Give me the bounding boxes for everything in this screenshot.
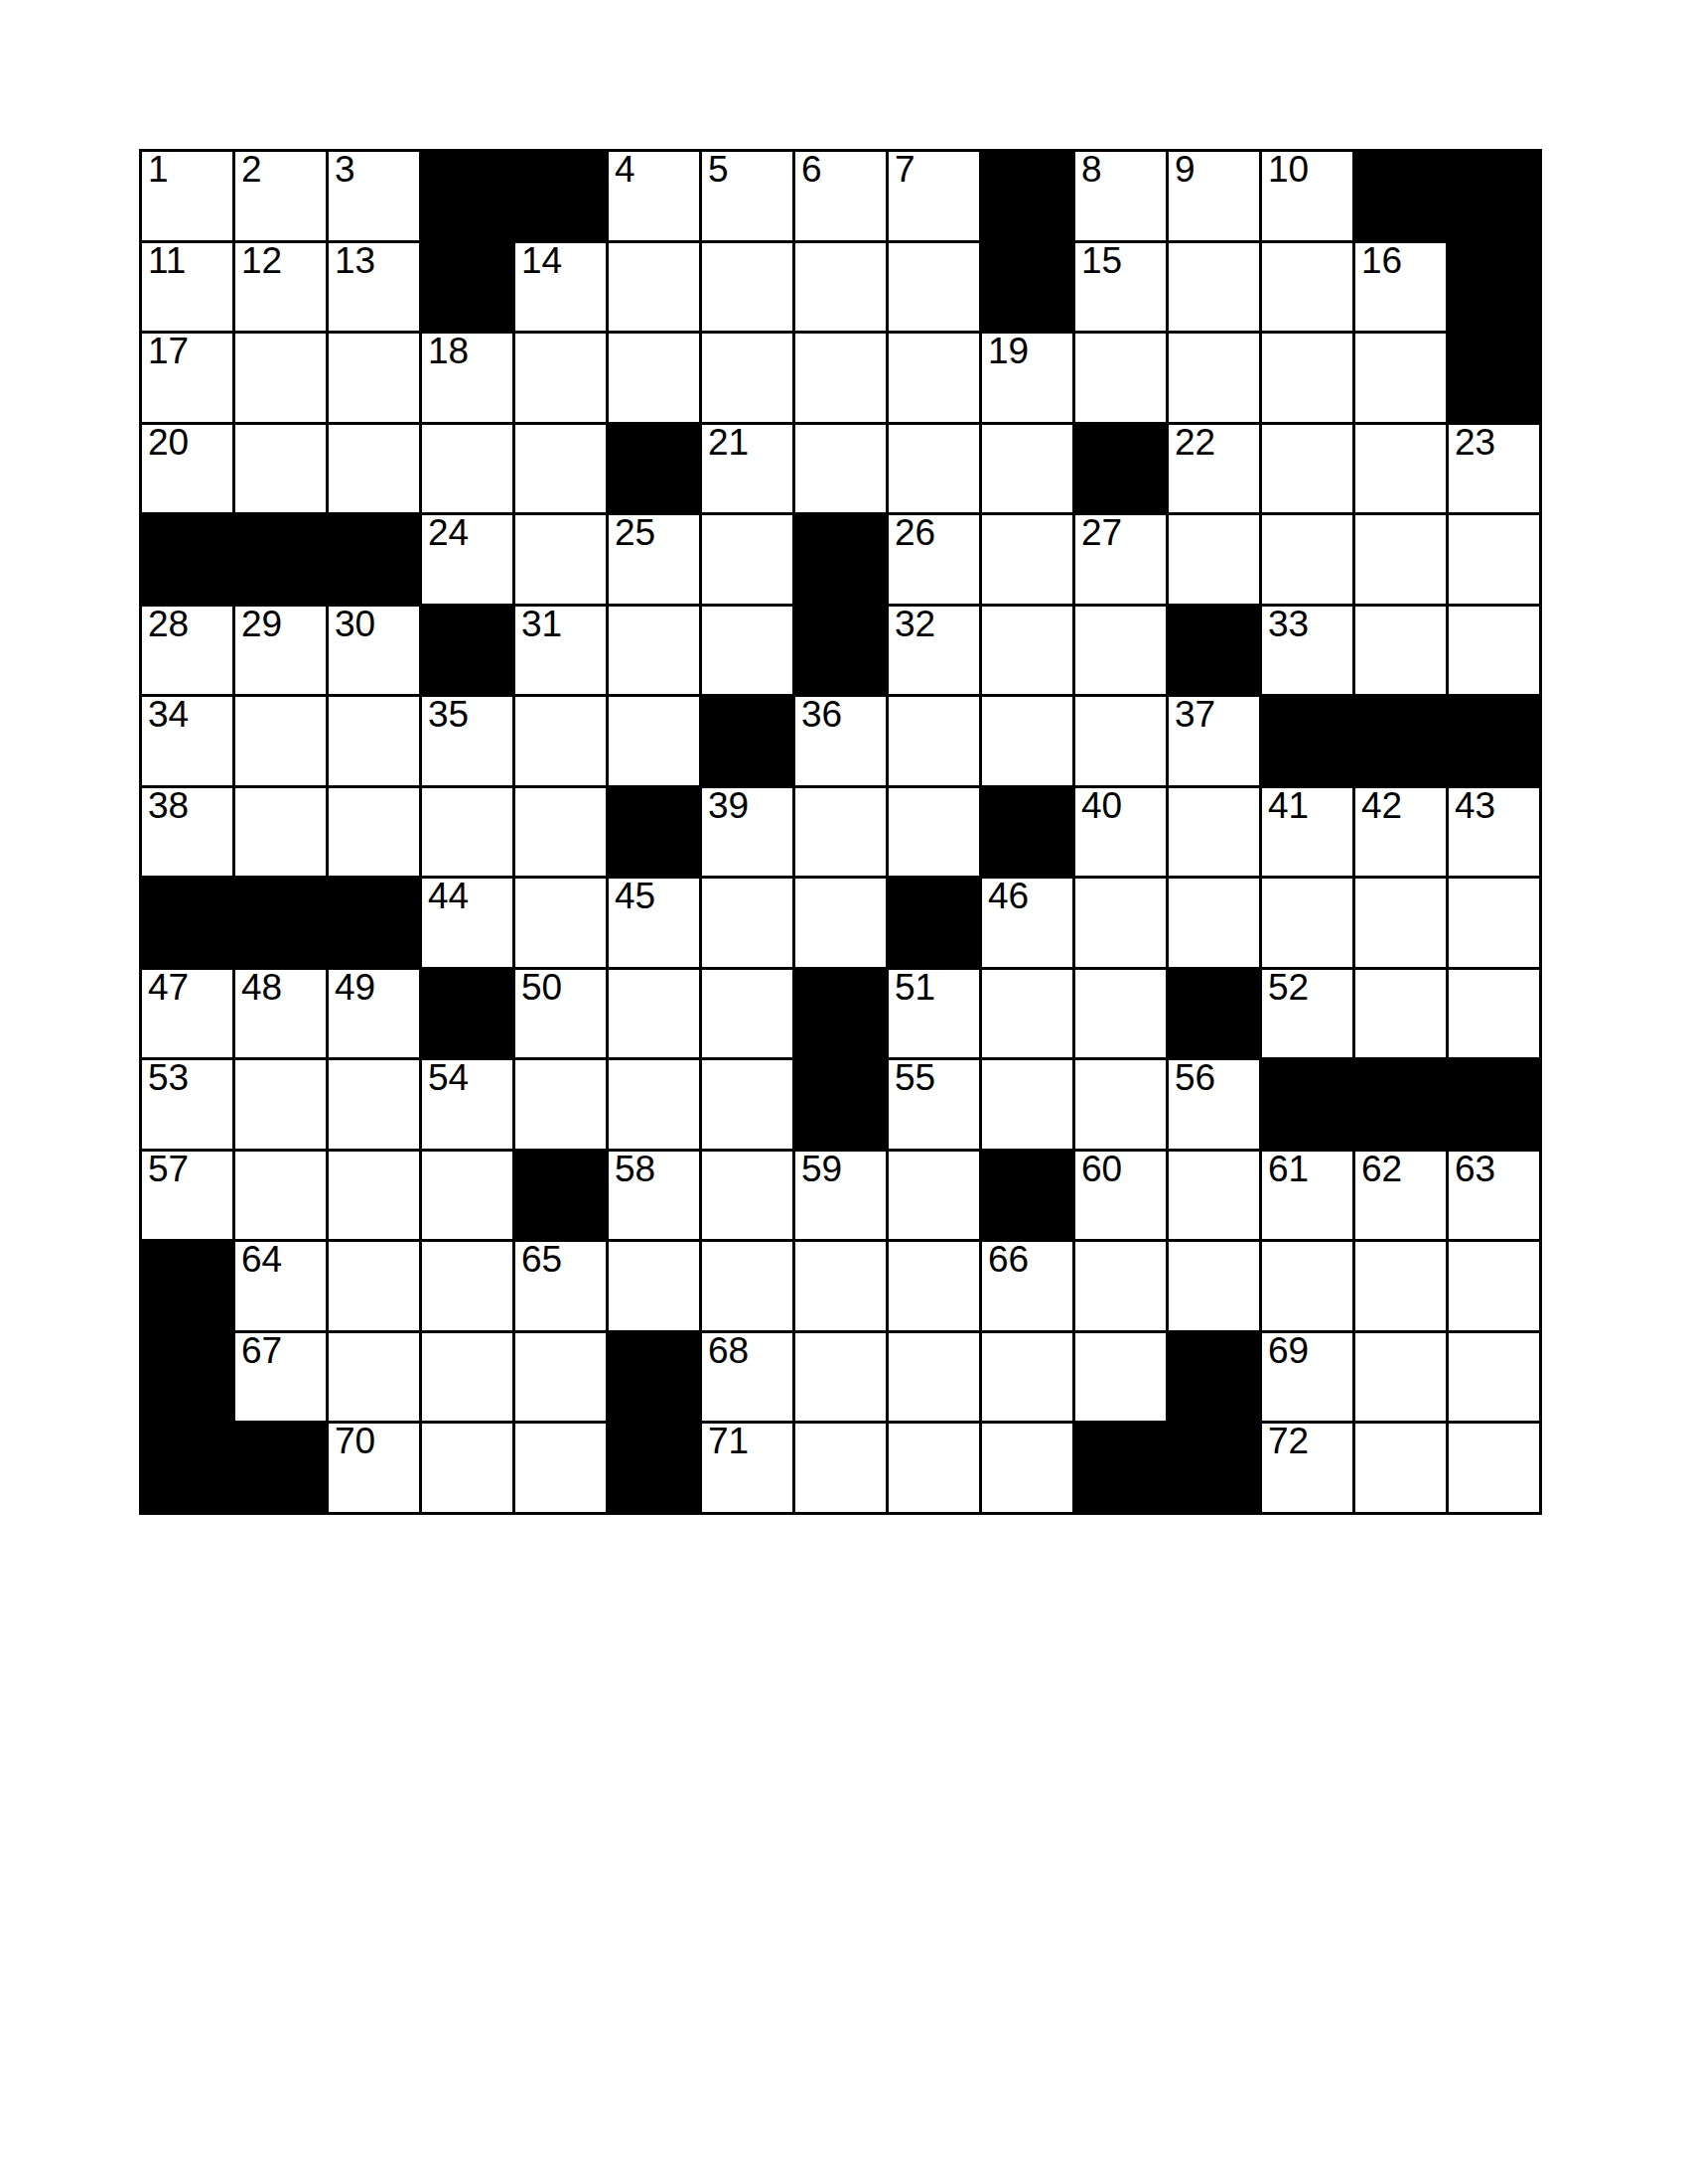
white-cell[interactable] [1449,970,1539,1058]
white-cell[interactable]: 53 [142,1060,232,1149]
black-cell [1169,607,1259,695]
clue-number: 53 [148,1060,189,1098]
clue-number: 62 [1361,1152,1402,1189]
white-cell[interactable] [1449,515,1539,604]
white-cell[interactable]: 36 [795,697,886,785]
clue-number: 27 [1081,515,1122,553]
white-cell[interactable]: 57 [142,1152,232,1240]
white-cell[interactable] [982,697,1072,785]
white-cell[interactable]: 41 [1262,788,1352,877]
white-cell[interactable]: 25 [609,515,699,604]
clue-number: 37 [1175,697,1215,735]
clue-number: 48 [241,970,282,1008]
clue-number: 2 [241,152,262,190]
white-cell[interactable]: 46 [982,879,1072,967]
white-cell[interactable] [609,970,699,1058]
white-cell[interactable]: 55 [889,1060,979,1149]
clue-number: 52 [1268,970,1309,1008]
clue-number: 34 [148,697,189,735]
clue-number: 67 [241,1333,282,1371]
white-cell[interactable] [702,970,792,1058]
white-cell[interactable] [609,1060,699,1149]
black-cell [795,515,886,604]
black-cell [235,515,326,604]
clue-number: 7 [895,152,915,190]
white-cell[interactable] [889,788,979,877]
white-cell[interactable] [795,1242,886,1330]
white-cell[interactable] [609,697,699,785]
white-cell[interactable] [795,788,886,877]
black-cell [515,1152,606,1240]
white-cell[interactable] [329,1060,419,1149]
white-cell[interactable] [1075,607,1166,695]
black-cell [329,879,419,967]
clue-number: 19 [988,334,1029,371]
white-cell[interactable]: 66 [982,1242,1072,1330]
clue-number: 59 [801,1152,842,1189]
black-cell [1355,1060,1446,1149]
white-cell[interactable]: 44 [422,879,512,967]
white-cell[interactable] [235,334,326,422]
page: { "game": "crossword", "puzzle": { "rows… [0,0,1688,2184]
white-cell[interactable]: 12 [235,243,326,332]
white-cell[interactable] [982,425,1072,513]
white-cell[interactable]: 8 [1075,152,1166,240]
clue-number: 11 [148,243,186,281]
white-cell[interactable] [329,1333,419,1422]
clue-number: 60 [1081,1152,1122,1189]
white-cell[interactable]: 32 [889,607,979,695]
clue-number: 57 [148,1152,189,1189]
white-cell[interactable] [1075,697,1166,785]
white-cell[interactable]: 56 [1169,1060,1259,1149]
black-cell [1449,334,1539,422]
black-cell [795,1060,886,1149]
white-cell[interactable] [515,1060,606,1149]
white-cell[interactable] [1355,607,1446,695]
black-cell [609,1333,699,1422]
clue-number: 68 [708,1333,749,1371]
black-cell [1169,1424,1259,1512]
white-cell[interactable]: 40 [1075,788,1166,877]
clue-number: 8 [1081,152,1102,190]
white-cell[interactable]: 50 [515,970,606,1058]
white-cell[interactable]: 29 [235,607,326,695]
white-cell[interactable] [235,1152,326,1240]
white-cell[interactable]: 23 [1449,425,1539,513]
white-cell[interactable] [889,243,979,332]
clue-number: 26 [895,515,935,553]
black-cell [422,607,512,695]
clue-number: 23 [1455,425,1495,463]
black-cell [1449,243,1539,332]
white-cell[interactable] [1262,515,1352,604]
clue-number: 35 [428,697,469,735]
white-cell[interactable]: 47 [142,970,232,1058]
white-cell[interactable] [889,425,979,513]
clue-number: 61 [1268,1152,1309,1189]
white-cell[interactable] [889,1424,979,1512]
black-cell [235,1424,326,1512]
white-cell[interactable]: 61 [1262,1152,1352,1240]
white-cell[interactable]: 15 [1075,243,1166,332]
white-cell[interactable] [889,1152,979,1240]
white-cell[interactable]: 70 [329,1424,419,1512]
white-cell[interactable] [795,1333,886,1422]
white-cell[interactable]: 54 [422,1060,512,1149]
white-cell[interactable]: 14 [515,243,606,332]
clue-number: 4 [615,152,635,190]
clue-number: 40 [1081,788,1122,826]
clue-number: 6 [801,152,822,190]
clue-number: 65 [521,1242,562,1280]
clue-number: 47 [148,970,189,1008]
white-cell[interactable] [1355,334,1446,422]
clue-number: 13 [335,243,375,281]
white-cell[interactable] [609,334,699,422]
white-cell[interactable] [889,1333,979,1422]
white-cell[interactable] [422,425,512,513]
white-cell[interactable]: 26 [889,515,979,604]
clue-number: 42 [1361,788,1402,826]
clue-number: 56 [1175,1060,1215,1098]
clue-number: 32 [895,607,935,644]
clue-number: 41 [1268,788,1309,826]
clue-number: 46 [988,879,1029,916]
white-cell[interactable]: 34 [142,697,232,785]
white-cell[interactable] [1075,1333,1166,1422]
white-cell[interactable]: 71 [702,1424,792,1512]
white-cell[interactable] [329,788,419,877]
black-cell [1262,1060,1352,1149]
white-cell[interactable]: 11 [142,243,232,332]
white-cell[interactable]: 63 [1449,1152,1539,1240]
white-cell[interactable] [329,1152,419,1240]
clue-number: 18 [428,334,469,371]
white-cell[interactable] [1262,1242,1352,1330]
white-cell[interactable] [515,788,606,877]
white-cell[interactable] [702,879,792,967]
clue-number: 58 [615,1152,655,1189]
white-cell[interactable] [1262,425,1352,513]
black-cell [982,1152,1072,1240]
white-cell[interactable]: 18 [422,334,512,422]
clue-number: 15 [1081,243,1122,281]
white-cell[interactable] [329,1242,419,1330]
white-cell[interactable] [235,1060,326,1149]
white-cell[interactable]: 22 [1169,425,1259,513]
black-cell [1169,970,1259,1058]
white-cell[interactable]: 39 [702,788,792,877]
white-cell[interactable] [982,970,1072,1058]
white-cell[interactable]: 43 [1449,788,1539,877]
white-cell[interactable] [1075,970,1166,1058]
white-cell[interactable] [889,697,979,785]
clue-number: 66 [988,1242,1029,1280]
white-cell[interactable] [795,243,886,332]
clue-number: 69 [1268,1333,1309,1371]
clue-number: 5 [708,152,729,190]
black-cell [142,515,232,604]
clue-number: 33 [1268,607,1309,644]
white-cell[interactable]: 72 [1262,1424,1352,1512]
clue-number: 71 [708,1424,749,1461]
white-cell[interactable] [982,1424,1072,1512]
white-cell[interactable] [1169,334,1259,422]
clue-number: 28 [148,607,189,644]
white-cell[interactable]: 38 [142,788,232,877]
black-cell [1075,425,1166,513]
clue-number: 39 [708,788,749,826]
white-cell[interactable] [329,425,419,513]
black-cell [142,1333,232,1422]
black-cell [609,425,699,513]
white-cell[interactable] [515,1333,606,1422]
white-cell[interactable]: 35 [422,697,512,785]
white-cell[interactable] [1449,879,1539,967]
clue-number: 36 [801,697,842,735]
white-cell[interactable]: 45 [609,879,699,967]
white-cell[interactable] [1075,334,1166,422]
white-cell[interactable] [1262,879,1352,967]
clue-number: 9 [1175,152,1196,190]
white-cell[interactable] [515,334,606,422]
white-cell[interactable]: 2 [235,152,326,240]
black-cell [1262,697,1352,785]
white-cell[interactable]: 20 [142,425,232,513]
white-cell[interactable] [235,788,326,877]
white-cell[interactable] [1449,1242,1539,1330]
white-cell[interactable]: 51 [889,970,979,1058]
white-cell[interactable] [422,1242,512,1330]
white-cell[interactable] [422,1152,512,1240]
white-cell[interactable] [1262,243,1352,332]
white-cell[interactable] [609,607,699,695]
black-cell [422,970,512,1058]
white-cell[interactable]: 62 [1355,1152,1446,1240]
white-cell[interactable]: 68 [702,1333,792,1422]
white-cell[interactable] [889,334,979,422]
white-cell[interactable] [515,697,606,785]
white-cell[interactable] [235,697,326,785]
white-cell[interactable]: 65 [515,1242,606,1330]
white-cell[interactable]: 16 [1355,243,1446,332]
white-cell[interactable]: 28 [142,607,232,695]
white-cell[interactable] [1262,334,1352,422]
black-cell [142,1242,232,1330]
clue-number: 3 [335,152,355,190]
white-cell[interactable] [609,1242,699,1330]
white-cell[interactable]: 69 [1262,1333,1352,1422]
black-cell [422,152,512,240]
white-cell[interactable]: 24 [422,515,512,604]
white-cell[interactable] [795,879,886,967]
white-cell[interactable]: 1 [142,152,232,240]
white-cell[interactable]: 5 [702,152,792,240]
clue-number: 45 [615,879,655,916]
white-cell[interactable]: 6 [795,152,886,240]
white-cell[interactable]: 27 [1075,515,1166,604]
clue-number: 49 [335,970,375,1008]
white-cell[interactable]: 19 [982,334,1072,422]
crossword-grid: 1234567891011121314151617181920212223242… [139,149,1542,1515]
white-cell[interactable] [1355,1242,1446,1330]
white-cell[interactable] [609,243,699,332]
white-cell[interactable]: 17 [142,334,232,422]
white-cell[interactable] [982,1333,1072,1422]
white-cell[interactable]: 13 [329,243,419,332]
black-cell [1449,152,1539,240]
clue-number: 29 [241,607,282,644]
black-cell [1355,697,1446,785]
black-cell [1449,697,1539,785]
white-cell[interactable] [795,334,886,422]
clue-number: 54 [428,1060,469,1098]
clue-number: 22 [1175,425,1215,463]
white-cell[interactable] [982,515,1072,604]
white-cell[interactable] [889,1242,979,1330]
white-cell[interactable]: 7 [889,152,979,240]
white-cell[interactable]: 37 [1169,697,1259,785]
white-cell[interactable]: 33 [1262,607,1352,695]
black-cell [235,879,326,967]
white-cell[interactable] [329,697,419,785]
white-cell[interactable] [1075,879,1166,967]
black-cell [1075,1424,1166,1512]
clue-number: 72 [1268,1424,1309,1461]
clue-number: 21 [708,425,749,463]
white-cell[interactable]: 3 [329,152,419,240]
clue-number: 64 [241,1242,282,1280]
white-cell[interactable]: 21 [702,425,792,513]
white-cell[interactable]: 48 [235,970,326,1058]
clue-number: 10 [1268,152,1309,190]
white-cell[interactable] [422,1333,512,1422]
black-cell [795,970,886,1058]
black-cell [1355,152,1446,240]
clue-number: 55 [895,1060,935,1098]
white-cell[interactable] [795,425,886,513]
black-cell [142,879,232,967]
black-cell [422,243,512,332]
black-cell [982,152,1072,240]
clue-number: 51 [895,970,935,1008]
white-cell[interactable]: 64 [235,1242,326,1330]
white-cell[interactable] [1075,1060,1166,1149]
clue-number: 44 [428,879,469,916]
clue-number: 38 [148,788,189,826]
white-cell[interactable] [515,879,606,967]
clue-number: 31 [521,607,562,644]
white-cell[interactable] [1169,879,1259,967]
white-cell[interactable] [1075,1242,1166,1330]
white-cell[interactable]: 30 [329,607,419,695]
white-cell[interactable] [1355,425,1446,513]
black-cell [609,1424,699,1512]
white-cell[interactable] [1169,788,1259,877]
clue-number: 24 [428,515,469,553]
white-cell[interactable] [1449,1424,1539,1512]
white-cell[interactable]: 4 [609,152,699,240]
white-cell[interactable] [702,1152,792,1240]
clue-number: 63 [1455,1152,1495,1189]
white-cell[interactable] [515,515,606,604]
white-cell[interactable] [702,334,792,422]
clue-number: 12 [241,243,282,281]
clue-number: 25 [615,515,655,553]
white-cell[interactable]: 58 [609,1152,699,1240]
white-cell[interactable]: 59 [795,1152,886,1240]
white-cell[interactable]: 9 [1169,152,1259,240]
black-cell [702,697,792,785]
black-cell [515,152,606,240]
white-cell[interactable]: 52 [1262,970,1352,1058]
white-cell[interactable]: 67 [235,1333,326,1422]
white-cell[interactable] [702,1242,792,1330]
white-cell[interactable] [1449,1333,1539,1422]
clue-number: 16 [1361,243,1402,281]
white-cell[interactable] [1355,1424,1446,1512]
white-cell[interactable] [1355,970,1446,1058]
white-cell[interactable] [1169,515,1259,604]
clue-number: 30 [335,607,375,644]
white-cell[interactable] [702,607,792,695]
clue-number: 20 [148,425,189,463]
white-cell[interactable] [422,1424,512,1512]
white-cell[interactable] [702,1060,792,1149]
white-cell[interactable] [422,788,512,877]
black-cell [982,788,1072,877]
white-cell[interactable] [329,334,419,422]
white-cell[interactable] [1169,243,1259,332]
black-cell [795,607,886,695]
white-cell[interactable]: 10 [1262,152,1352,240]
black-cell [142,1424,232,1512]
white-cell[interactable] [1449,607,1539,695]
white-cell[interactable] [1355,879,1446,967]
white-cell[interactable]: 42 [1355,788,1446,877]
clue-number: 70 [335,1424,375,1461]
white-cell[interactable]: 60 [1075,1152,1166,1240]
white-cell[interactable] [515,425,606,513]
clue-number: 50 [521,970,562,1008]
black-cell [329,515,419,604]
black-cell [1169,1333,1259,1422]
black-cell [1449,1060,1539,1149]
white-cell[interactable] [702,515,792,604]
black-cell [609,788,699,877]
white-cell[interactable] [795,1424,886,1512]
clue-number: 17 [148,334,189,371]
white-cell[interactable]: 49 [329,970,419,1058]
white-cell[interactable] [702,243,792,332]
black-cell [982,243,1072,332]
clue-number: 14 [521,243,562,281]
white-cell[interactable] [1355,1333,1446,1422]
white-cell[interactable] [1355,515,1446,604]
clue-number: 43 [1455,788,1495,826]
clue-number: 1 [148,152,169,190]
white-cell[interactable] [1169,1242,1259,1330]
white-cell[interactable]: 31 [515,607,606,695]
white-cell[interactable] [1169,1152,1259,1240]
black-cell [889,879,979,967]
white-cell[interactable] [982,607,1072,695]
white-cell[interactable] [235,425,326,513]
white-cell[interactable] [515,1424,606,1512]
white-cell[interactable] [982,1060,1072,1149]
